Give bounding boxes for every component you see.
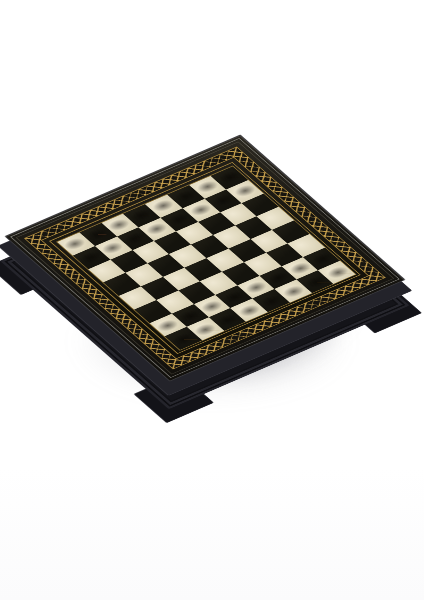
photo-canvas: ♜♞♝♛♚♝♞♜♟♟♟♟♟♟♟♟♟♟♟♟♟♟♟♟♜♞♝♛♚♝♞♜ — [0, 0, 424, 600]
rook-glyph: ♜ — [163, 299, 204, 345]
